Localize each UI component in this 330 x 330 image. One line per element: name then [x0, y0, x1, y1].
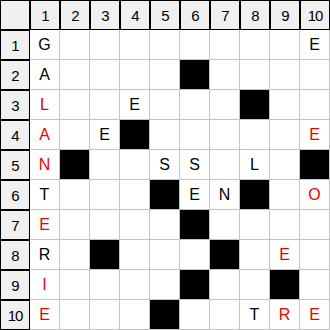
cell-r5c4[interactable] — [120, 150, 150, 180]
col-header-9: 9 — [270, 0, 300, 30]
cell-r10c3[interactable] — [90, 300, 120, 330]
black-cell-r5c10 — [300, 150, 330, 180]
cell-r1c10[interactable]: E — [300, 30, 330, 60]
black-cell-r7c6 — [180, 210, 210, 240]
black-cell-r3c8 — [240, 90, 270, 120]
cell-letter: S — [189, 157, 200, 173]
cell-r7c8[interactable] — [240, 210, 270, 240]
cell-r5c9[interactable] — [270, 150, 300, 180]
cell-r7c10[interactable] — [300, 210, 330, 240]
black-cell-r4c4 — [120, 120, 150, 150]
cell-r2c7[interactable] — [210, 60, 240, 90]
cell-r9c2[interactable] — [60, 270, 90, 300]
cell-r10c2[interactable] — [60, 300, 90, 330]
row-header-5: 5 — [0, 150, 30, 180]
black-cell-r8c3 — [90, 240, 120, 270]
cell-r6c3[interactable] — [90, 180, 120, 210]
row-header-8: 8 — [0, 240, 30, 270]
cell-letter: E — [309, 307, 320, 323]
cell-letter: T — [40, 187, 50, 203]
cell-r7c1[interactable]: E — [30, 210, 60, 240]
cell-r1c7[interactable] — [210, 30, 240, 60]
cell-r9c5[interactable] — [150, 270, 180, 300]
cell-r4c2[interactable] — [60, 120, 90, 150]
cell-r5c3[interactable] — [90, 150, 120, 180]
cell-r7c7[interactable] — [210, 210, 240, 240]
col-header-8: 8 — [240, 0, 270, 30]
cell-r10c7[interactable] — [210, 300, 240, 330]
cell-letter: E — [129, 97, 140, 113]
cell-r9c4[interactable] — [120, 270, 150, 300]
row-header-6: 6 — [0, 180, 30, 210]
cell-r2c9[interactable] — [270, 60, 300, 90]
cell-r4c5[interactable] — [150, 120, 180, 150]
cell-r3c6[interactable] — [180, 90, 210, 120]
cell-r10c8[interactable]: T — [240, 300, 270, 330]
black-cell-r8c7 — [210, 240, 240, 270]
cell-r3c5[interactable] — [150, 90, 180, 120]
cell-r8c5[interactable] — [150, 240, 180, 270]
cell-letter: T — [250, 307, 260, 323]
row-header-7: 7 — [0, 210, 30, 240]
black-cell-r10c5 — [150, 300, 180, 330]
cell-letter: E — [189, 187, 200, 203]
cell-r3c1[interactable]: L — [30, 90, 60, 120]
corner-header — [0, 0, 30, 30]
black-cell-r2c6 — [180, 60, 210, 90]
row-header-9: 9 — [0, 270, 30, 300]
cell-r1c1[interactable]: G — [30, 30, 60, 60]
cell-r5c6[interactable]: S — [180, 150, 210, 180]
cell-letter: I — [42, 277, 46, 293]
cell-r8c6[interactable] — [180, 240, 210, 270]
cell-letter: L — [250, 157, 259, 173]
cell-r7c5[interactable] — [150, 210, 180, 240]
cell-r1c9[interactable] — [270, 30, 300, 60]
black-cell-r9c6 — [180, 270, 210, 300]
cell-r9c10[interactable] — [300, 270, 330, 300]
cell-r6c6[interactable]: E — [180, 180, 210, 210]
cell-r10c4[interactable] — [120, 300, 150, 330]
cell-letter: E — [309, 37, 320, 53]
black-cell-r9c9 — [270, 270, 300, 300]
cell-r6c10[interactable]: O — [300, 180, 330, 210]
row-header-1: 1 — [0, 30, 30, 60]
cell-r4c10[interactable]: E — [300, 120, 330, 150]
col-header-2: 2 — [60, 0, 90, 30]
cell-r6c1[interactable]: T — [30, 180, 60, 210]
cell-r9c8[interactable] — [240, 270, 270, 300]
cell-r8c9[interactable]: E — [270, 240, 300, 270]
cell-r1c5[interactable] — [150, 30, 180, 60]
cell-r2c1[interactable]: A — [30, 60, 60, 90]
cell-r7c9[interactable] — [270, 210, 300, 240]
cell-letter: S — [159, 157, 170, 173]
cell-letter: A — [39, 127, 50, 143]
cell-r5c5[interactable]: S — [150, 150, 180, 180]
cell-r9c3[interactable] — [90, 270, 120, 300]
black-cell-r6c5 — [150, 180, 180, 210]
cell-r3c9[interactable] — [270, 90, 300, 120]
cell-r2c4[interactable] — [120, 60, 150, 90]
cell-r9c7[interactable] — [210, 270, 240, 300]
cell-r7c2[interactable] — [60, 210, 90, 240]
cell-r3c2[interactable] — [60, 90, 90, 120]
cell-r5c8[interactable]: L — [240, 150, 270, 180]
cell-r1c4[interactable] — [120, 30, 150, 60]
cell-r2c10[interactable] — [300, 60, 330, 90]
cell-r1c3[interactable] — [90, 30, 120, 60]
cell-r10c6[interactable] — [180, 300, 210, 330]
cell-r7c3[interactable] — [90, 210, 120, 240]
cell-r8c8[interactable] — [240, 240, 270, 270]
black-cell-r5c2 — [60, 150, 90, 180]
cell-letter: L — [40, 97, 49, 113]
cell-letter: N — [219, 187, 231, 203]
col-header-6: 6 — [180, 0, 210, 30]
cell-r5c1[interactable]: N — [30, 150, 60, 180]
cell-r10c1[interactable]: E — [30, 300, 60, 330]
cell-r5c7[interactable] — [210, 150, 240, 180]
cell-letter: E — [99, 127, 110, 143]
col-header-3: 3 — [90, 0, 120, 30]
black-cell-r6c8 — [240, 180, 270, 210]
cell-r1c8[interactable] — [240, 30, 270, 60]
cell-r6c2[interactable] — [60, 180, 90, 210]
cell-r7c4[interactable] — [120, 210, 150, 240]
cell-r4c6[interactable] — [180, 120, 210, 150]
cell-letter: O — [308, 187, 320, 203]
row-header-3: 3 — [0, 90, 30, 120]
cell-r8c4[interactable] — [120, 240, 150, 270]
cell-letter: E — [309, 127, 320, 143]
cell-r8c1[interactable]: R — [30, 240, 60, 270]
cell-letter: A — [39, 67, 50, 83]
row-header-2: 2 — [0, 60, 30, 90]
cell-r3c4[interactable]: E — [120, 90, 150, 120]
cell-r2c3[interactable] — [90, 60, 120, 90]
cell-letter: R — [39, 247, 51, 263]
cell-r8c2[interactable] — [60, 240, 90, 270]
col-header-1: 1 — [30, 0, 60, 30]
cell-letter: E — [39, 217, 50, 233]
cell-r3c3[interactable] — [90, 90, 120, 120]
cell-letter: E — [279, 247, 290, 263]
cell-r6c7[interactable]: N — [210, 180, 240, 210]
cell-r4c3[interactable]: E — [90, 120, 120, 150]
cell-r2c8[interactable] — [240, 60, 270, 90]
cell-r3c7[interactable] — [210, 90, 240, 120]
cell-letter: G — [38, 37, 50, 53]
cell-r9c1[interactable]: I — [30, 270, 60, 300]
row-header-10: 10 — [0, 300, 30, 330]
cell-r1c2[interactable] — [60, 30, 90, 60]
cell-r4c1[interactable]: A — [30, 120, 60, 150]
col-header-10: 10 — [300, 0, 330, 30]
col-header-5: 5 — [150, 0, 180, 30]
col-header-7: 7 — [210, 0, 240, 30]
cell-letter: R — [279, 307, 291, 323]
cell-r10c10[interactable]: E — [300, 300, 330, 330]
cell-letter: E — [39, 307, 50, 323]
cell-r2c2[interactable] — [60, 60, 90, 90]
cell-letter: N — [39, 157, 51, 173]
cell-r6c9[interactable] — [270, 180, 300, 210]
cell-r4c9[interactable] — [270, 120, 300, 150]
cell-r8c10[interactable] — [300, 240, 330, 270]
row-header-4: 4 — [0, 120, 30, 150]
cell-r3c10[interactable] — [300, 90, 330, 120]
cell-r1c6[interactable] — [180, 30, 210, 60]
cell-r4c7[interactable] — [210, 120, 240, 150]
col-header-4: 4 — [120, 0, 150, 30]
cell-r4c8[interactable] — [240, 120, 270, 150]
cell-r2c5[interactable] — [150, 60, 180, 90]
cell-r6c4[interactable] — [120, 180, 150, 210]
crossword-board: 123456789101GE2A3LE4AEE5NSSL6TENO7E8RE9I… — [0, 0, 330, 330]
cell-r10c9[interactable]: R — [270, 300, 300, 330]
